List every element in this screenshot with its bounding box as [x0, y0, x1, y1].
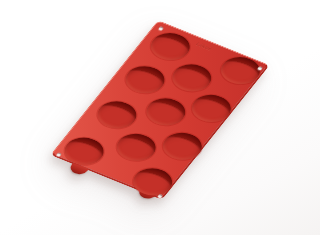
hanging-hole-4 — [157, 194, 163, 198]
muffin-cup-8 — [155, 128, 208, 165]
brand-emboss: Lékué — [195, 41, 223, 55]
hanging-hole-1 — [158, 26, 164, 30]
photo-background: Lékué — [0, 0, 320, 235]
muffin-cup-5 — [184, 90, 237, 127]
muffin-cup-6 — [139, 93, 192, 130]
muffin-mold: Lékué — [50, 20, 270, 200]
hanging-hole-3 — [56, 152, 62, 156]
muffin-cup-4 — [118, 61, 171, 98]
muffin-cup-11 — [126, 163, 179, 200]
muffin-cup-1 — [143, 28, 196, 65]
muffin-cup-9 — [109, 129, 162, 166]
muffin-cup-10 — [57, 132, 110, 169]
muffin-cup-2 — [213, 52, 266, 89]
muffin-cup-7 — [90, 96, 143, 133]
muffin-cup-3 — [165, 59, 218, 96]
mold-drop-shadow: Lékué — [0, 0, 320, 235]
